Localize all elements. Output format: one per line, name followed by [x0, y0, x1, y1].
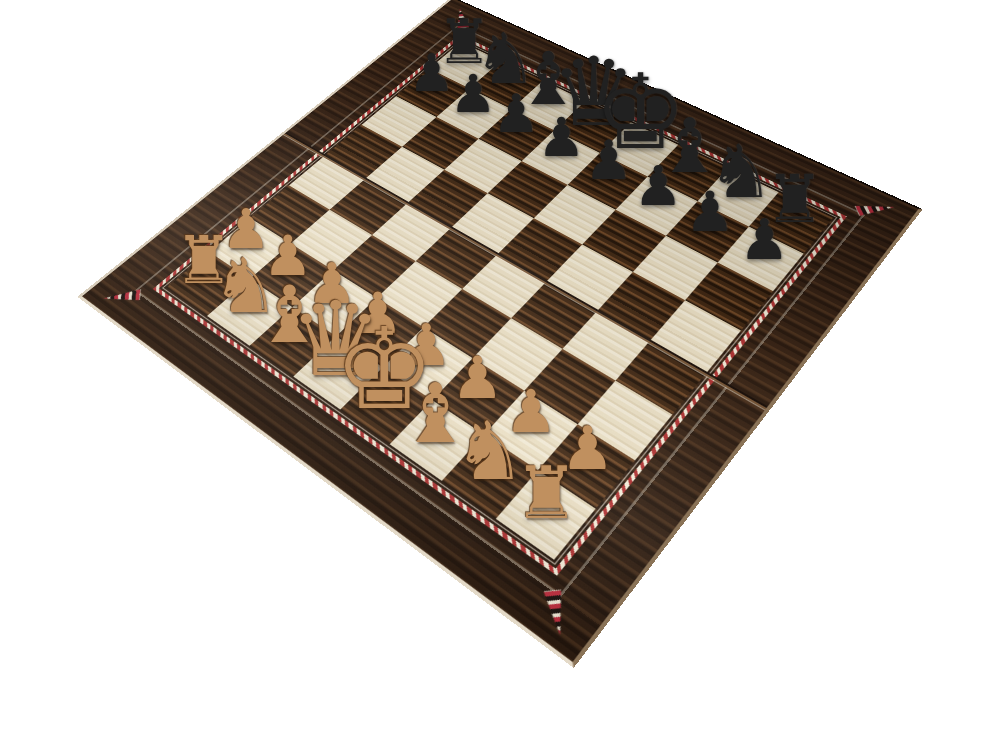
corner-chevron-icon [855, 202, 897, 216]
piece-black-pawn[interactable]: ♟ [408, 47, 455, 99]
corner-chevron-icon [543, 589, 569, 636]
piece-black-pawn[interactable]: ♟ [584, 134, 633, 188]
photo-canvas: ♜♞♟♝♟♛♟♚♟♝♟♞♟♜♟♟♟♟♜♟♞♟♝♟♛♟♚♟♝♟♞♜ [0, 0, 1000, 750]
piece-black-pawn[interactable]: ♟ [685, 184, 735, 240]
piece-black-pawn[interactable]: ♟ [492, 89, 540, 142]
piece-black-pawn[interactable]: ♟ [633, 159, 682, 214]
piece-black-pawn[interactable]: ♟ [739, 211, 789, 267]
piece-white-rook[interactable]: ♜ [514, 457, 579, 529]
piece-black-pawn[interactable]: ♟ [537, 111, 585, 165]
piece-black-pawn[interactable]: ♟ [449, 67, 496, 120]
corner-chevron-icon [103, 289, 141, 304]
pieces-layer: ♜♞♟♝♟♛♟♚♟♝♟♞♟♜♟♟♟♟♜♟♞♟♝♟♛♟♚♟♝♟♞♜ [0, 0, 1000, 750]
